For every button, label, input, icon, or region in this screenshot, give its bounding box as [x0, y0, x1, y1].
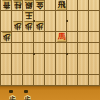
shogi-piece-7d[interactable]: 歩 [24, 21, 34, 31]
star-point [66, 20, 68, 22]
hand-piece-1[interactable]: 歩 [8, 95, 17, 100]
shogi-piece-8b[interactable]: 桂 [13, 0, 23, 10]
shogi-app-screen: 香桂銀金飛王歩歩歩歩馬 歩歩 [0, 0, 100, 100]
star-point [33, 53, 35, 55]
star-point [66, 53, 68, 55]
shogi-piece-9b[interactable]: 香 [2, 0, 12, 10]
captured-pieces-tray[interactable]: 歩歩 [0, 86, 100, 100]
shogi-board[interactable]: 香桂銀金飛王歩歩歩歩馬 [0, 0, 100, 86]
shogi-piece-9e[interactable]: 歩 [2, 32, 12, 42]
shogi-piece-4b[interactable]: 飛 [57, 0, 67, 10]
shogi-piece-8d[interactable]: 歩 [13, 21, 23, 31]
shogi-piece-7b[interactable]: 銀 [24, 0, 34, 10]
captured-piece-count-mark [9, 90, 13, 93]
star-point [33, 20, 35, 22]
shogi-piece-6b[interactable]: 金 [35, 0, 45, 10]
shogi-piece-4e[interactable]: 馬 [57, 32, 67, 42]
shogi-piece-7c[interactable]: 王 [24, 10, 34, 20]
captured-piece-count-mark [24, 90, 28, 93]
hand-piece-2[interactable]: 歩 [23, 95, 32, 100]
shogi-piece-6d[interactable]: 歩 [35, 21, 45, 31]
